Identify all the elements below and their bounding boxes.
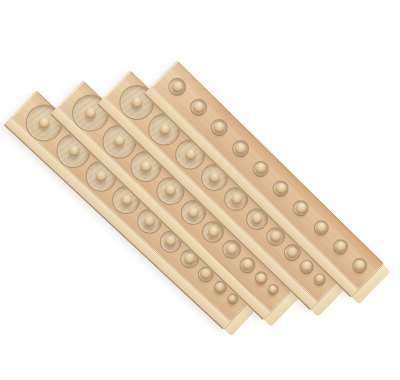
cylinder-knob	[170, 79, 186, 95]
cylinder-knob	[253, 161, 269, 177]
cylinder-knob	[183, 147, 199, 163]
cylinder	[290, 197, 313, 220]
cylinder-knob	[224, 241, 240, 257]
cylinder-knob	[268, 284, 279, 295]
cylinder-knob	[94, 169, 110, 185]
cylinder-knob	[206, 224, 222, 240]
cylinder-knob	[207, 170, 223, 186]
cylinder-knob	[212, 120, 228, 136]
cylinder	[270, 177, 293, 200]
cylinder	[165, 74, 190, 99]
cylinder-knob	[112, 133, 128, 149]
cylinder-knob	[129, 95, 145, 111]
cylinder-knob	[138, 159, 154, 175]
cylinder-knob	[240, 257, 256, 273]
cylinder-knob	[333, 239, 349, 255]
cylinder	[250, 157, 273, 180]
cylinder-knob	[254, 271, 268, 285]
cylinder-knob	[83, 105, 99, 121]
cylinder-knob	[229, 191, 245, 207]
cylinder-knob	[284, 245, 300, 261]
cylinder-knob	[313, 220, 329, 236]
cylinder	[266, 282, 282, 298]
cylinder-knob	[233, 141, 249, 157]
cylinder-knob	[273, 180, 289, 196]
cylinder-knob	[191, 100, 207, 116]
cylinder	[310, 217, 331, 238]
cylinder-knob	[293, 200, 309, 216]
cylinder	[208, 116, 232, 140]
cylinder-knob	[314, 273, 327, 286]
cylinder-knob	[163, 183, 179, 199]
cylinder-knob	[249, 211, 265, 227]
cylinder-knob	[66, 143, 82, 159]
cylinder	[349, 255, 370, 276]
cylinder-knob	[352, 258, 368, 274]
product-photo-scene	[0, 0, 400, 380]
cylinder-knob	[268, 228, 284, 244]
cylinder-knob	[185, 204, 201, 220]
cylinder	[228, 136, 252, 160]
cylinder-knob	[157, 121, 173, 137]
cylinder	[252, 269, 270, 287]
cylinder-knob	[36, 115, 52, 131]
cylinder	[330, 236, 351, 257]
cylinder	[187, 95, 211, 119]
